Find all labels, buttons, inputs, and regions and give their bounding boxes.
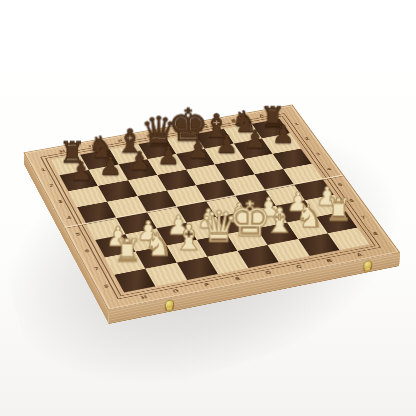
piece-light-rook-h7[interactable]: ♜	[113, 235, 141, 266]
piece-dark-pawn-c2[interactable]: ♟	[215, 132, 238, 157]
piece-light-knight-b7[interactable]: ♞	[295, 200, 323, 232]
piece-light-knight-g7[interactable]: ♞	[144, 228, 173, 260]
product-photo-scene: HGFEDCBA HGFEDCBA 12345678 12345678 ♜♞♝♛…	[0, 0, 416, 416]
brass-clasp-right[interactable]	[363, 260, 372, 271]
piece-dark-pawn-d2[interactable]: ♟	[186, 137, 209, 162]
piece-light-queen-e7[interactable]: ♛	[200, 206, 239, 249]
rank-label-6: 6	[77, 241, 98, 260]
piece-dark-pawn-b2[interactable]: ♟	[244, 127, 267, 152]
brass-clasp-left[interactable]	[165, 299, 174, 310]
piece-dark-pawn-h2[interactable]: ♟	[69, 158, 92, 184]
piece-light-bishop-f7[interactable]: ♝	[173, 220, 204, 255]
rank-label-7: 7	[86, 259, 107, 279]
piece-dark-pawn-g2[interactable]: ♟	[99, 153, 122, 179]
piece-light-rook-a7[interactable]: ♜	[325, 195, 352, 225]
rank-label-5: 5	[68, 225, 89, 244]
piece-dark-pawn-e2[interactable]: ♟	[157, 142, 180, 167]
rank-label-8: 8	[95, 276, 117, 296]
piece-dark-pawn-f2[interactable]: ♟	[128, 147, 151, 173]
piece-dark-pawn-a2[interactable]: ♟	[272, 122, 295, 147]
